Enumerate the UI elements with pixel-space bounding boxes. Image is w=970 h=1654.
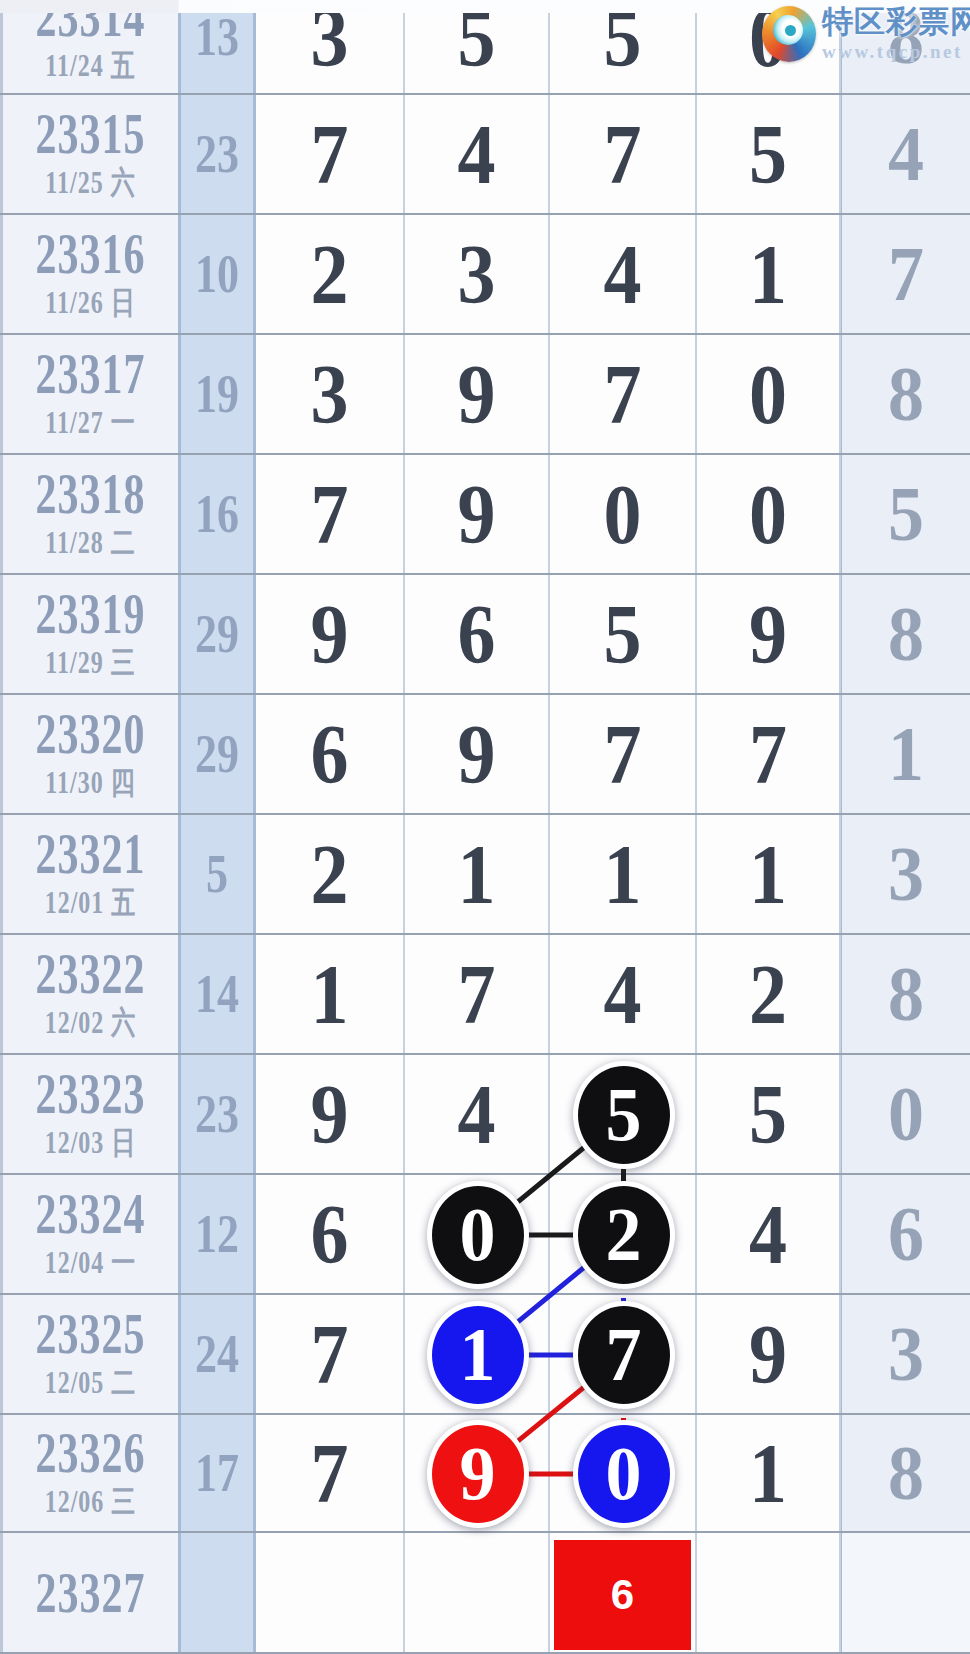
period-cell: 2332412/04 一 [0,1175,178,1293]
period-cell: 2332112/01 五 [0,815,178,933]
sum-value: 24 [195,1327,239,1382]
digit-value: 7 [311,1431,349,1515]
digit-value: 2 [311,832,349,916]
digit-cell: 6 [405,575,550,693]
digit-cell: 5 [697,1055,841,1173]
digit-value: 3 [458,232,496,316]
digit-value: 1 [749,832,787,916]
digit-cell [405,1415,550,1531]
digit-value: 4 [749,1192,787,1276]
draw-date: 11/26 日 [45,287,135,318]
digit-value: 7 [311,472,349,556]
period-number: 23327 [36,1564,146,1621]
digit-value: 7 [604,712,642,796]
digit-value: 6 [311,712,349,796]
digit-cell: 1 [697,215,841,333]
digit-cell: 0 [550,455,697,573]
extra-digit-cell: 8 [841,935,970,1053]
digit-cell: 1 [697,815,841,933]
sum-value: 29 [195,607,239,662]
period-number: 23316 [36,226,146,283]
period-number: 23315 [36,106,146,163]
period-cell: 2331511/25 六 [0,95,178,213]
period-number: 23322 [36,946,146,1003]
digit-cell: 7 [256,1415,405,1531]
draw-date: 11/28 二 [45,527,135,558]
period-cell: 2331811/28 二 [0,455,178,573]
sum-cell: 23 [178,95,256,213]
digit-cell: 4 [697,1175,841,1293]
digit-value: 0 [749,352,787,436]
digit-cell: 5 [405,0,550,93]
extra-digit-value: 6 [888,1194,924,1273]
draw-date: 11/29 三 [45,647,135,678]
sum-value: 5 [206,847,228,902]
digit-value: 4 [458,112,496,196]
sum-value: 16 [195,487,239,542]
table-row-23322: 2332212/02 六1417428 [0,935,970,1055]
digit-value: 7 [749,712,787,796]
trend-table: 2331411/24 五13355082331511/25 六237475423… [0,0,970,1654]
period-cell: 2331611/26 日 [0,215,178,333]
digit-cell: 1 [405,815,550,933]
digit-cell: 1 [697,1415,841,1531]
table-row-23325: 2332512/05 二24793 [0,1295,970,1415]
digit-cell: 7 [256,95,405,213]
digit-cell: 9 [697,575,841,693]
extra-digit-cell: 5 [841,455,970,573]
digit-value: 7 [458,952,496,1036]
period-cell: 2332512/05 二 [0,1295,178,1413]
sum-cell: 12 [178,1175,256,1293]
digit-cell: 7 [550,95,697,213]
digit-cell: 4 [405,1055,550,1173]
digit-value: 9 [311,1072,349,1156]
digit-value: 9 [458,352,496,436]
digit-value: 5 [604,592,642,676]
period-number: 23326 [36,1425,146,1482]
sum-cell: 13 [178,0,256,93]
extra-digit-cell: 7 [841,215,970,333]
extra-digit-value: 5 [888,474,924,553]
sum-cell: 23 [178,1055,256,1173]
extra-digit-cell: 3 [841,815,970,933]
digit-cell: 0 [697,335,841,453]
digit-cell: 7 [256,1295,405,1413]
digit-cell [550,1295,697,1413]
draw-date: 11/27 一 [45,407,135,438]
sum-cell: 29 [178,695,256,813]
extra-digit-value: 8 [888,594,924,673]
prediction-cell: 6 [554,1540,691,1650]
period-cell: 2332212/02 六 [0,935,178,1053]
sum-value: 12 [195,1207,239,1262]
digit-value: 1 [749,1431,787,1515]
digit-cell: 7 [697,695,841,813]
extra-digit-cell: 8 [841,1415,970,1531]
digit-value: 7 [311,1312,349,1396]
site-url: www.tqcp.net [822,41,970,63]
digit-cell: 5 [697,95,841,213]
digit-cell: 1 [256,935,405,1053]
sum-cell: 19 [178,335,256,453]
period-number: 23325 [36,1306,146,1363]
digit-cell: 7 [550,695,697,813]
draw-date: 11/24 五 [45,50,135,81]
digit-cell: 6 [550,1533,697,1652]
digit-cell: 9 [405,335,550,453]
digit-cell [550,1415,697,1531]
digit-cell: 5 [550,575,697,693]
period-number: 23324 [36,1186,146,1243]
sum-value: 14 [195,967,239,1022]
digit-cell: 4 [550,935,697,1053]
digit-cell [405,1175,550,1293]
draw-date: 12/04 一 [45,1247,137,1278]
table-row-23323: 2332312/03 日239450 [0,1055,970,1175]
extra-digit-value: 8 [888,954,924,1033]
digit-value: 1 [458,832,496,916]
digit-cell: 4 [405,95,550,213]
digit-cell: 5 [550,0,697,93]
digit-value: 1 [604,832,642,916]
sum-cell: 16 [178,455,256,573]
extra-digit-cell: 8 [841,335,970,453]
digit-value: 0 [749,472,787,556]
digit-cell: 9 [256,575,405,693]
period-cell: 23327 [0,1533,178,1652]
extra-digit-value: 7 [888,234,924,313]
site-watermark-text: 特区彩票网 www.tqcp.net [822,6,970,63]
period-cell: 2332011/30 四 [0,695,178,813]
period-number: 23323 [36,1066,146,1123]
draw-date: 11/25 六 [45,167,135,198]
period-number: 23318 [36,466,146,523]
prediction-value: 6 [611,1571,634,1619]
extra-digit-cell: 0 [841,1055,970,1173]
digit-cell: 2 [256,815,405,933]
extra-digit-cell [841,1533,970,1652]
digit-cell: 9 [256,1055,405,1173]
site-watermark: 特区彩票网 www.tqcp.net [762,6,970,63]
digit-value: 1 [749,232,787,316]
draw-date: 12/05 二 [45,1367,137,1398]
digit-cell: 3 [405,215,550,333]
table-row-23324: 2332412/04 一12646 [0,1175,970,1295]
digit-cell: 7 [550,335,697,453]
lottery-trend-chart: 2331411/24 五13355082331511/25 六237475423… [0,0,970,1654]
sum-value: 13 [195,9,239,64]
extra-digit-cell: 1 [841,695,970,813]
table-row-23318: 2331811/28 二1679005 [0,455,970,575]
digit-value: 5 [749,112,787,196]
digit-cell: 9 [405,695,550,813]
table-row-23320: 2332011/30 四2969771 [0,695,970,815]
digit-cell: 7 [405,935,550,1053]
digit-cell [697,1533,841,1652]
digit-cell [405,1295,550,1413]
table-row-23326: 2332612/06 三17718 [0,1415,970,1533]
digit-cell [405,1533,550,1652]
digit-value: 6 [311,1192,349,1276]
extra-digit-cell: 3 [841,1295,970,1413]
extra-digit-value: 3 [888,1314,924,1393]
digit-value: 9 [311,592,349,676]
digit-value: 6 [458,592,496,676]
table-row-23321: 2332112/01 五521113 [0,815,970,935]
digit-cell [550,1055,697,1173]
draw-date: 12/06 三 [45,1486,137,1517]
digit-cell: 9 [697,1295,841,1413]
digit-value: 3 [311,352,349,436]
period-number: 23317 [36,346,146,403]
extra-digit-value: 1 [888,714,924,793]
period-number: 23320 [36,706,146,763]
digit-value: 9 [458,472,496,556]
site-logo-swirl-icon [762,6,816,62]
extra-digit-value: 3 [888,834,924,913]
site-name: 特区彩票网 [822,6,970,39]
period-cell: 2332612/06 三 [0,1415,178,1531]
digit-cell: 3 [256,0,405,93]
table-row-23319: 2331911/29 三2996598 [0,575,970,695]
digit-cell: 7 [256,455,405,573]
sum-value: 19 [195,367,239,422]
sum-value: 29 [195,727,239,782]
period-number: 23319 [36,586,146,643]
digit-cell: 9 [405,455,550,573]
digit-cell: 6 [256,1175,405,1293]
digit-value: 9 [749,1312,787,1396]
digit-value: 7 [604,112,642,196]
sum-cell [178,1533,256,1652]
period-cell: 2331711/27 一 [0,335,178,453]
sum-value: 23 [195,1087,239,1142]
digit-cell: 3 [256,335,405,453]
digit-value: 9 [749,592,787,676]
table-row-23317: 2331711/27 一1939708 [0,335,970,455]
extra-digit-cell: 6 [841,1175,970,1293]
sum-value: 17 [195,1446,239,1501]
digit-cell: 2 [697,935,841,1053]
sum-cell: 5 [178,815,256,933]
period-cell: 2332312/03 日 [0,1055,178,1173]
table-row-23327: 233276 [0,1533,970,1654]
table-row-23315: 2331511/25 六2374754 [0,95,970,215]
digit-cell: 6 [256,695,405,813]
draw-date: 12/03 日 [45,1127,137,1158]
draw-date: 11/30 四 [45,767,135,798]
table-row-23316: 2331611/26 日1023417 [0,215,970,335]
period-cell: 2331411/24 五 [0,0,178,93]
extra-digit-value: 8 [888,354,924,433]
extra-digit-cell: 8 [841,575,970,693]
extra-digit-value: 8 [888,1433,924,1512]
digit-cell: 1 [550,815,697,933]
draw-date: 12/01 五 [45,887,137,918]
extra-digit-value: 4 [888,114,924,193]
digit-value: 1 [311,952,349,1036]
digit-value: 2 [311,232,349,316]
sum-cell: 24 [178,1295,256,1413]
digit-value: 4 [458,1072,496,1156]
draw-date: 12/02 六 [45,1007,137,1038]
digit-cell: 2 [256,215,405,333]
period-number: 23321 [36,826,146,883]
digit-value: 7 [311,112,349,196]
sum-value: 10 [195,247,239,302]
sum-value: 23 [195,127,239,182]
sum-cell: 10 [178,215,256,333]
digit-value: 5 [749,1072,787,1156]
extra-digit-cell: 4 [841,95,970,213]
digit-cell [550,1175,697,1293]
digit-cell [256,1533,405,1652]
period-cell: 2331911/29 三 [0,575,178,693]
digit-cell: 4 [550,215,697,333]
digit-value: 0 [604,472,642,556]
digit-value: 4 [604,952,642,1036]
digit-value: 7 [604,352,642,436]
digit-value: 2 [749,952,787,1036]
sum-cell: 29 [178,575,256,693]
digit-cell: 0 [697,455,841,573]
extra-digit-value: 0 [888,1074,924,1153]
digit-value: 9 [458,712,496,796]
sum-cell: 17 [178,1415,256,1531]
sum-cell: 14 [178,935,256,1053]
digit-value: 4 [604,232,642,316]
